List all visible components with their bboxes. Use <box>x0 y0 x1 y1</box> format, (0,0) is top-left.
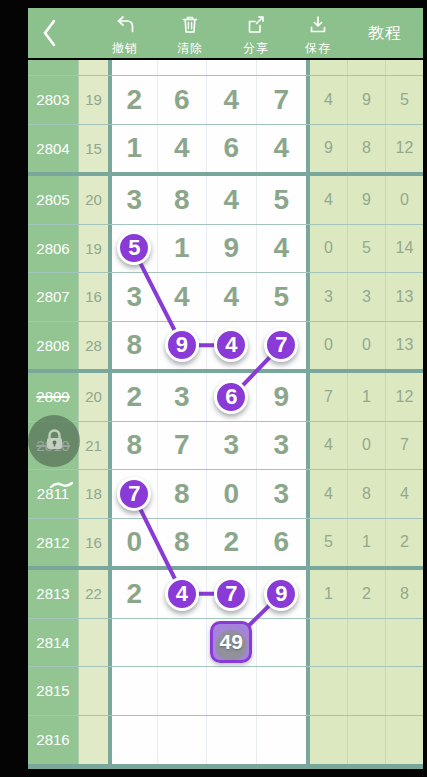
period-label: 2812 <box>28 519 78 567</box>
digit-cell[interactable]: 7 <box>108 470 158 518</box>
digit-cell[interactable]: 8 <box>108 322 158 370</box>
digit-cell[interactable]: 5 <box>257 273 307 321</box>
lock-button[interactable] <box>28 415 80 467</box>
stat-cell: 4 <box>306 422 348 470</box>
digit-cell[interactable] <box>108 667 158 715</box>
period-label: 2806 <box>28 225 78 273</box>
sum-cell: 20 <box>78 373 108 421</box>
tutorial-button[interactable]: 教程 <box>354 8 416 58</box>
sum-cell: 20 <box>78 176 108 224</box>
row-2815: 2815 <box>28 667 423 716</box>
digit-cell[interactable]: 4 <box>257 225 307 273</box>
digit-cell[interactable]: 3 <box>257 422 307 470</box>
stat-cell: 7 <box>386 422 423 470</box>
digit-cell[interactable]: 3 <box>158 373 208 421</box>
digit-cell[interactable]: 5 <box>257 176 307 224</box>
stat-cell: 2 <box>348 570 386 618</box>
stat-cell: 4 <box>386 470 423 518</box>
stat-cell: 2 <box>386 519 423 567</box>
stat-cell: 4 <box>306 470 348 518</box>
digit-cell[interactable]: 8 <box>158 470 208 518</box>
period-label: 2805 <box>28 176 78 224</box>
mark-circle[interactable]: 6 <box>214 380 248 414</box>
stat-cell: 14 <box>386 225 423 273</box>
stat-cell: 8 <box>348 125 386 173</box>
stat-cell: 12 <box>386 373 423 421</box>
digit-cell[interactable]: 2 <box>108 76 158 124</box>
stat-cell: 0 <box>348 322 386 370</box>
sum-cell: 15 <box>78 125 108 173</box>
undo-icon <box>114 15 136 38</box>
sum-cell: 16 <box>78 273 108 321</box>
digit-cell[interactable]: 9 <box>257 570 307 618</box>
period-label: 2813 <box>28 570 78 618</box>
digit-cell[interactable] <box>108 716 158 765</box>
stat-cell <box>306 667 348 715</box>
stat-cell: 13 <box>386 273 423 321</box>
period-label: 2804 <box>28 125 78 173</box>
row-2811: 2811 18 7 8 0 3 4 8 4 <box>28 470 423 519</box>
row-2812: 2812 16 0 8 2 6 5 1 2 <box>28 519 423 571</box>
stat-cell: 1 <box>348 519 386 567</box>
stat-cell: 3 <box>348 273 386 321</box>
stat-cell: 8 <box>348 470 386 518</box>
row-2807: 2807 16 3 4 4 5 3 3 13 <box>28 273 423 322</box>
digit-cell[interactable]: 6 <box>158 76 208 124</box>
digit-cell[interactable]: 3 <box>257 470 307 518</box>
trend-table: 2803 19 2 6 4 7 4 9 5 2804 15 1 4 6 4 9 … <box>28 60 423 769</box>
period-label: 2814 <box>28 619 78 667</box>
share-icon <box>246 15 266 38</box>
share-button[interactable]: 分享 <box>226 15 286 57</box>
stat-cell: 3 <box>306 273 348 321</box>
stat-cell: 5 <box>386 76 423 124</box>
digit-cell[interactable]: 5 <box>108 225 158 273</box>
period-label: 2816 <box>28 716 78 765</box>
digit-cell[interactable]: 2 <box>207 519 257 567</box>
sum-cell: 21 <box>78 422 108 470</box>
sum-cell: 28 <box>78 322 108 370</box>
mark-circle[interactable]: 9 <box>165 328 199 362</box>
mark-circle[interactable]: 4 <box>165 577 199 611</box>
digit-cell[interactable] <box>257 716 307 765</box>
digit-cell[interactable]: 4 <box>207 76 257 124</box>
row-2809: 2809 20 2 3 6 9 7 1 12 <box>28 373 423 422</box>
chevron-left-icon <box>40 34 60 51</box>
mark-circle[interactable]: 7 <box>214 577 248 611</box>
digit-cell[interactable] <box>158 716 208 765</box>
digit-cell[interactable] <box>257 619 307 667</box>
digit-cell[interactable]: 8 <box>158 519 208 567</box>
digit-cell[interactable]: 0 <box>108 519 158 567</box>
mark-circle[interactable]: 7 <box>117 477 151 511</box>
stat-cell: 7 <box>306 373 348 421</box>
row-2813: 2813 22 2 4 7 9 1 2 8 <box>28 570 423 619</box>
stat-cell: 0 <box>386 176 423 224</box>
back-button[interactable] <box>40 18 60 48</box>
digit-cell[interactable]: 6 <box>207 373 257 421</box>
period-label: 2809 <box>28 373 78 421</box>
mark-circle[interactable]: 7 <box>264 328 298 362</box>
row-2816: 2816 <box>28 716 423 770</box>
trash-icon <box>180 15 200 38</box>
digit-cell[interactable]: 7 <box>207 570 257 618</box>
mark-circle[interactable]: 5 <box>117 231 151 265</box>
stat-cell: 5 <box>306 519 348 567</box>
stat-cell: 4 <box>306 76 348 124</box>
digit-cell[interactable] <box>207 667 257 715</box>
mark-circle[interactable]: 4 <box>214 328 248 362</box>
stat-cell <box>348 716 386 765</box>
stat-cell: 1 <box>348 373 386 421</box>
stat-cell: 0 <box>306 322 348 370</box>
digit-cell[interactable]: 8 <box>108 422 158 470</box>
stat-cell: 0 <box>306 225 348 273</box>
clear-label: 清除 <box>177 40 203 57</box>
row-2814: 2814 49 <box>28 619 423 668</box>
mark-circle[interactable]: 9 <box>264 577 298 611</box>
stat-cell: 1 <box>306 570 348 618</box>
digit-cell[interactable] <box>207 716 257 765</box>
digit-cell[interactable]: 2 <box>108 570 158 618</box>
sum-cell: 22 <box>78 570 108 618</box>
digit-cell[interactable]: 3 <box>108 176 158 224</box>
stat-cell <box>386 667 423 715</box>
digit-cell[interactable] <box>108 619 158 667</box>
share-label: 分享 <box>243 40 269 57</box>
stat-cell: 13 <box>386 322 423 370</box>
stat-cell: 9 <box>306 125 348 173</box>
digit-cell[interactable]: 7 <box>158 422 208 470</box>
download-icon <box>308 15 328 38</box>
stat-cell: 9 <box>348 76 386 124</box>
digit-cell[interactable]: 2 <box>108 373 158 421</box>
digit-cell[interactable]: 6 <box>207 125 257 173</box>
sum-cell: 18 <box>78 470 108 518</box>
digit-cell[interactable] <box>158 667 208 715</box>
digit-cell[interactable]: 49 <box>207 619 257 667</box>
sum-cell <box>78 716 108 765</box>
stat-cell: 8 <box>386 570 423 618</box>
stat-cell: 0 <box>348 422 386 470</box>
row-2805: 2805 20 3 8 4 5 4 9 0 <box>28 176 423 225</box>
stat-cell <box>348 619 386 667</box>
digit-cell[interactable]: 0 <box>207 470 257 518</box>
sum-cell <box>78 667 108 715</box>
row-2803: 2803 19 2 6 4 7 4 9 5 <box>28 76 423 125</box>
period-label: 2808 <box>28 322 78 370</box>
stat-cell: 4 <box>306 176 348 224</box>
period-label: 2815 <box>28 667 78 715</box>
digit-cell[interactable]: 3 <box>108 273 158 321</box>
sum-cell: 19 <box>78 225 108 273</box>
digit-cell[interactable] <box>158 619 208 667</box>
digit-cell[interactable]: 6 <box>257 519 307 567</box>
stat-cell <box>306 716 348 765</box>
clear-button[interactable]: 清除 <box>160 15 220 57</box>
undo-button[interactable]: 撤销 <box>95 15 155 57</box>
stat-cell <box>386 716 423 765</box>
save-label: 保存 <box>305 40 331 57</box>
digit-cell[interactable] <box>257 667 307 715</box>
digit-cell[interactable]: 3 <box>207 422 257 470</box>
undo-label: 撤销 <box>112 40 138 57</box>
row-partial <box>28 60 423 76</box>
digit-cell[interactable]: 9 <box>158 322 208 370</box>
row-2806: 2806 19 5 1 9 4 0 5 14 <box>28 225 423 274</box>
digit-cell[interactable]: 4 <box>207 273 257 321</box>
digit-cell[interactable]: 4 <box>158 570 208 618</box>
digit-cell[interactable]: 4 <box>257 125 307 173</box>
save-button[interactable]: 保存 <box>288 15 348 57</box>
sum-cell: 16 <box>78 519 108 567</box>
digit-cell[interactable]: 4 <box>158 273 208 321</box>
sum-cell <box>78 619 108 667</box>
digit-cell[interactable]: 7 <box>257 322 307 370</box>
stat-cell: 12 <box>386 125 423 173</box>
digit-cell[interactable]: 4 <box>207 176 257 224</box>
row-2804: 2804 15 1 4 6 4 9 8 12 <box>28 125 423 177</box>
stat-cell: 9 <box>348 176 386 224</box>
row-2810: 2810 21 8 7 3 3 4 0 7 <box>28 422 423 471</box>
digit-cell[interactable]: 1 <box>108 125 158 173</box>
period-label: 2803 <box>28 76 78 124</box>
digit-cell[interactable]: 9 <box>207 225 257 273</box>
lock-icon <box>41 426 68 457</box>
toolbar: 撤销 清除 分享 保存 教程 <box>28 8 423 58</box>
digit-cell[interactable]: 9 <box>257 373 307 421</box>
stat-cell <box>348 667 386 715</box>
pair-badge[interactable]: 49 <box>210 621 252 663</box>
stat-cell <box>306 619 348 667</box>
app-screen: 撤销 清除 分享 保存 教程 <box>0 0 427 777</box>
collapse-wave-icon[interactable] <box>49 476 74 494</box>
digit-cell[interactable]: 4 <box>158 125 208 173</box>
digit-cell[interactable]: 1 <box>158 225 208 273</box>
digit-cell[interactable]: 4 <box>207 322 257 370</box>
sum-cell: 19 <box>78 76 108 124</box>
digit-cell[interactable]: 8 <box>158 176 208 224</box>
period-label: 2807 <box>28 273 78 321</box>
digit-cell[interactable]: 7 <box>257 76 307 124</box>
stat-cell: 5 <box>348 225 386 273</box>
stat-cell <box>386 619 423 667</box>
row-2808: 2808 28 8 9 4 7 0 0 13 <box>28 322 423 374</box>
